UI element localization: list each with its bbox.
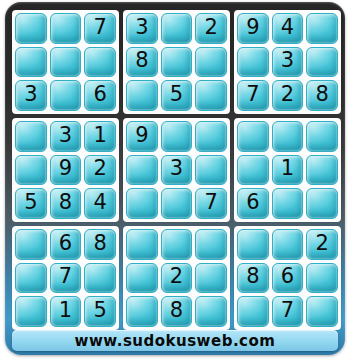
cell-r1c4[interactable]: 3 bbox=[126, 13, 158, 44]
cell-r9c3[interactable]: 5 bbox=[84, 296, 116, 327]
cell-r1c6[interactable]: 2 bbox=[195, 13, 227, 44]
cell-r5c2[interactable]: 9 bbox=[50, 155, 82, 186]
cell-r3c1[interactable]: 3 bbox=[15, 80, 47, 111]
sudoku-box-7: 68715 bbox=[12, 226, 119, 330]
cell-r2c5[interactable] bbox=[161, 47, 193, 78]
cell-r4c8[interactable] bbox=[272, 121, 304, 152]
cell-r2c3[interactable] bbox=[84, 47, 116, 78]
cell-r8c7[interactable]: 8 bbox=[237, 263, 269, 294]
sudoku-box-4: 3192584 bbox=[12, 118, 119, 222]
cell-r4c2[interactable]: 3 bbox=[50, 121, 82, 152]
cell-r4c9[interactable] bbox=[306, 121, 338, 152]
given-digit: 2 bbox=[315, 233, 328, 254]
cell-r9c8[interactable]: 7 bbox=[272, 296, 304, 327]
cell-r9c4[interactable] bbox=[126, 296, 158, 327]
given-digit: 5 bbox=[170, 84, 183, 105]
cell-r1c1[interactable] bbox=[15, 13, 47, 44]
sudoku-box-6: 16 bbox=[234, 118, 341, 222]
given-digit: 3 bbox=[59, 125, 72, 146]
cell-r4c5[interactable] bbox=[161, 121, 193, 152]
cell-r6c9[interactable] bbox=[306, 188, 338, 219]
given-digit: 6 bbox=[93, 84, 106, 105]
cell-r8c4[interactable] bbox=[126, 263, 158, 294]
cell-r4c7[interactable] bbox=[237, 121, 269, 152]
sudoku-box-8: 28 bbox=[123, 226, 230, 330]
given-digit: 4 bbox=[93, 192, 106, 213]
cell-r4c3[interactable]: 1 bbox=[84, 121, 116, 152]
cell-r2c7[interactable] bbox=[237, 47, 269, 78]
cell-r1c9[interactable] bbox=[306, 13, 338, 44]
given-digit: 7 bbox=[281, 300, 294, 321]
given-digit: 8 bbox=[170, 300, 183, 321]
cell-r6c4[interactable] bbox=[126, 188, 158, 219]
given-digit: 4 bbox=[281, 17, 294, 38]
cell-r1c3[interactable]: 7 bbox=[84, 13, 116, 44]
given-digit: 6 bbox=[281, 266, 294, 287]
cell-r3c6[interactable] bbox=[195, 80, 227, 111]
cell-r9c9[interactable] bbox=[306, 296, 338, 327]
given-digit: 9 bbox=[59, 158, 72, 179]
given-digit: 3 bbox=[24, 84, 37, 105]
cell-r7c3[interactable]: 8 bbox=[84, 229, 116, 260]
cell-r5c5[interactable]: 3 bbox=[161, 155, 193, 186]
given-digit: 7 bbox=[93, 17, 106, 38]
given-digit: 3 bbox=[135, 17, 148, 38]
cell-r3c8[interactable]: 2 bbox=[272, 80, 304, 111]
cell-r6c6[interactable]: 7 bbox=[195, 188, 227, 219]
cell-r1c8[interactable]: 4 bbox=[272, 13, 304, 44]
given-digit: 5 bbox=[24, 192, 37, 213]
cell-r7c6[interactable] bbox=[195, 229, 227, 260]
cell-r5c3[interactable]: 2 bbox=[84, 155, 116, 186]
cell-r9c1[interactable] bbox=[15, 296, 47, 327]
sudoku-box-9: 2867 bbox=[234, 226, 341, 330]
cell-r1c7[interactable]: 9 bbox=[237, 13, 269, 44]
given-digit: 8 bbox=[59, 192, 72, 213]
given-digit: 9 bbox=[246, 17, 259, 38]
cell-r3c7[interactable]: 7 bbox=[237, 80, 269, 111]
given-digit: 7 bbox=[59, 266, 72, 287]
cell-r3c9[interactable]: 8 bbox=[306, 80, 338, 111]
given-digit: 8 bbox=[315, 84, 328, 105]
given-digit: 2 bbox=[281, 84, 294, 105]
cell-r2c4[interactable]: 8 bbox=[126, 47, 158, 78]
given-digit: 3 bbox=[281, 50, 294, 71]
cell-r2c6[interactable] bbox=[195, 47, 227, 78]
cell-r3c5[interactable]: 5 bbox=[161, 80, 193, 111]
cell-r8c3[interactable] bbox=[84, 263, 116, 294]
given-digit: 1 bbox=[281, 158, 294, 179]
cell-r9c6[interactable] bbox=[195, 296, 227, 327]
cell-r8c6[interactable] bbox=[195, 263, 227, 294]
site-url[interactable]: www.sudokusweb.com bbox=[75, 332, 276, 350]
cell-r9c5[interactable]: 8 bbox=[161, 296, 193, 327]
site-url-bar: www.sudokusweb.com bbox=[12, 330, 338, 351]
given-digit: 6 bbox=[59, 233, 72, 254]
given-digit: 1 bbox=[93, 125, 106, 146]
cell-r5c8[interactable]: 1 bbox=[272, 155, 304, 186]
cell-r6c7[interactable]: 6 bbox=[237, 188, 269, 219]
given-digit: 8 bbox=[135, 50, 148, 71]
cell-r9c7[interactable] bbox=[237, 296, 269, 327]
cell-r7c5[interactable] bbox=[161, 229, 193, 260]
cell-r5c4[interactable] bbox=[126, 155, 158, 186]
sudoku-box-2: 3285 bbox=[123, 10, 230, 114]
cell-r2c9[interactable] bbox=[306, 47, 338, 78]
cell-r3c2[interactable] bbox=[50, 80, 82, 111]
cell-r5c6[interactable] bbox=[195, 155, 227, 186]
cell-r2c2[interactable] bbox=[50, 47, 82, 78]
cell-r3c3[interactable]: 6 bbox=[84, 80, 116, 111]
sudoku-box-3: 943728 bbox=[234, 10, 341, 114]
cell-r2c8[interactable]: 3 bbox=[272, 47, 304, 78]
given-digit: 7 bbox=[204, 192, 217, 213]
cell-r8c1[interactable] bbox=[15, 263, 47, 294]
sudoku-board: 736328594372831925849371668715282867 www… bbox=[5, 2, 345, 355]
given-digit: 9 bbox=[135, 125, 148, 146]
cell-r7c8[interactable] bbox=[272, 229, 304, 260]
cell-r5c1[interactable] bbox=[15, 155, 47, 186]
given-digit: 1 bbox=[59, 300, 72, 321]
cell-r1c5[interactable] bbox=[161, 13, 193, 44]
cell-r7c2[interactable]: 6 bbox=[50, 229, 82, 260]
cell-r6c8[interactable] bbox=[272, 188, 304, 219]
cell-r9c2[interactable]: 1 bbox=[50, 296, 82, 327]
cell-r7c4[interactable] bbox=[126, 229, 158, 260]
given-digit: 8 bbox=[93, 233, 106, 254]
given-digit: 8 bbox=[246, 266, 259, 287]
cell-r5c7[interactable] bbox=[237, 155, 269, 186]
given-digit: 5 bbox=[93, 300, 106, 321]
sudoku-grid: 736328594372831925849371668715282867 bbox=[12, 10, 341, 330]
cell-r8c2[interactable]: 7 bbox=[50, 263, 82, 294]
cell-r1c2[interactable] bbox=[50, 13, 82, 44]
cell-r7c1[interactable] bbox=[15, 229, 47, 260]
cell-r4c4[interactable]: 9 bbox=[126, 121, 158, 152]
given-digit: 3 bbox=[170, 158, 183, 179]
given-digit: 2 bbox=[170, 266, 183, 287]
given-digit: 7 bbox=[246, 84, 259, 105]
cell-r8c5[interactable]: 2 bbox=[161, 263, 193, 294]
given-digit: 2 bbox=[93, 158, 106, 179]
cell-r7c9[interactable]: 2 bbox=[306, 229, 338, 260]
cell-r7c7[interactable] bbox=[237, 229, 269, 260]
cell-r5c9[interactable] bbox=[306, 155, 338, 186]
cell-r8c9[interactable] bbox=[306, 263, 338, 294]
cell-r6c5[interactable] bbox=[161, 188, 193, 219]
given-digit: 6 bbox=[246, 192, 259, 213]
cell-r2c1[interactable] bbox=[15, 47, 47, 78]
cell-r6c1[interactable]: 5 bbox=[15, 188, 47, 219]
sudoku-box-5: 937 bbox=[123, 118, 230, 222]
cell-r3c4[interactable] bbox=[126, 80, 158, 111]
cell-r6c2[interactable]: 8 bbox=[50, 188, 82, 219]
cell-r4c1[interactable] bbox=[15, 121, 47, 152]
given-digit: 2 bbox=[204, 17, 217, 38]
cell-r8c8[interactable]: 6 bbox=[272, 263, 304, 294]
cell-r4c6[interactable] bbox=[195, 121, 227, 152]
sudoku-box-1: 736 bbox=[12, 10, 119, 114]
cell-r6c3[interactable]: 4 bbox=[84, 188, 116, 219]
